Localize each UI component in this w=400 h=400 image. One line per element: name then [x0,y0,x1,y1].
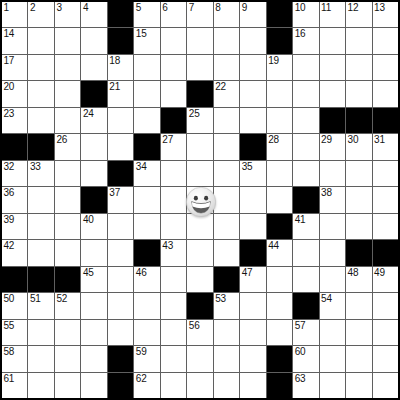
clue-number: 20 [4,81,15,92]
clue-number: 29 [321,134,332,145]
crossword-cell[interactable] [28,81,53,106]
clue-number: 57 [295,320,306,331]
crossword-cell[interactable] [28,214,53,239]
crossword-cell[interactable] [55,28,80,53]
crossword-cell[interactable] [214,28,239,53]
black-cell [293,187,318,212]
crossword-cell[interactable]: 17 [2,55,27,80]
crossword-cell[interactable] [81,293,106,318]
black-cell [267,214,292,239]
crossword-cell[interactable]: 22 [214,81,239,106]
crossword-cell[interactable] [161,293,186,318]
crossword-cell[interactable]: 12 [346,2,371,27]
crossword-cell[interactable] [187,240,212,265]
clue-number: 4 [83,2,88,13]
clue-number: 47 [242,267,253,278]
clue-number: 25 [189,108,200,119]
black-cell [108,2,133,27]
crossword-cell[interactable] [55,81,80,106]
crossword-cell[interactable] [346,320,371,345]
black-cell [187,81,212,106]
crossword-cell[interactable] [240,320,265,345]
crossword-cell[interactable] [214,161,239,186]
crossword-cell[interactable] [81,28,106,53]
black-cell [373,240,398,265]
crossword-cell[interactable] [28,187,53,212]
clue-number: 42 [4,240,15,251]
crossword-cell[interactable]: 59 [134,346,159,371]
crossword-cell[interactable]: 16 [293,28,318,53]
clue-number: 17 [4,55,15,66]
crossword-cell[interactable] [187,267,212,292]
clue-number: 56 [189,320,200,331]
clue-number: 6 [162,2,167,13]
crossword-cell[interactable] [320,373,345,398]
crossword-cell[interactable] [320,161,345,186]
crossword-cell[interactable]: 5 [134,2,159,27]
crossword-cell[interactable] [320,55,345,80]
crossword-cell[interactable] [320,346,345,371]
crossword-cell[interactable] [134,187,159,212]
crossword-cell[interactable]: 21 [108,81,133,106]
crossword-cell[interactable] [240,108,265,133]
crossword-cell[interactable]: 7 [187,2,212,27]
clue-number: 58 [4,346,15,357]
clue-number: 24 [83,108,94,119]
crossword-cell[interactable] [240,55,265,80]
crossword-cell[interactable] [214,214,239,239]
clue-number: 14 [4,28,15,39]
clue-number: 61 [4,373,15,384]
crossword-cell[interactable]: 32 [2,161,27,186]
crossword-cell[interactable] [81,373,106,398]
crossword-cell[interactable]: 51 [28,293,53,318]
crossword-cell[interactable]: 2 [28,2,53,27]
clue-number: 43 [162,240,173,251]
crossword-cell[interactable] [28,240,53,265]
crossword-cell[interactable] [373,161,398,186]
crossword-cell[interactable] [134,214,159,239]
crossword-cell[interactable] [55,373,80,398]
crossword-cell[interactable] [161,81,186,106]
crossword-cell[interactable]: 18 [108,55,133,80]
clue-number: 27 [162,134,173,145]
crossword-cell[interactable] [161,373,186,398]
black-cell [28,267,53,292]
crossword-cell[interactable] [346,373,371,398]
crossword-cell[interactable]: 14 [2,28,27,53]
crossword-cell[interactable] [320,267,345,292]
crossword-cell[interactable] [293,134,318,159]
black-cell [240,240,265,265]
black-cell [346,240,371,265]
crossword-cell[interactable] [320,240,345,265]
clue-number: 37 [109,187,120,198]
crossword-cell[interactable] [240,187,265,212]
crossword-cell[interactable] [346,346,371,371]
crossword-cell[interactable] [28,55,53,80]
crossword-cell[interactable] [346,161,371,186]
clue-number: 44 [268,240,279,251]
crossword-cell[interactable]: 30 [346,134,371,159]
crossword-cell[interactable] [214,187,239,212]
crossword-cell[interactable] [346,214,371,239]
crossword-cell[interactable]: 19 [267,55,292,80]
black-cell [134,134,159,159]
crossword-cell[interactable] [187,55,212,80]
clue-number: 32 [4,161,15,172]
crossword-cell[interactable]: 46 [134,267,159,292]
crossword-cell[interactable]: 44 [267,240,292,265]
black-cell [134,240,159,265]
crossword-cell[interactable]: 31 [373,134,398,159]
black-cell [81,187,106,212]
crossword-cell[interactable]: 49 [373,267,398,292]
crossword-cell[interactable] [108,240,133,265]
crossword-cell[interactable] [28,320,53,345]
crossword-cell[interactable] [240,373,265,398]
crossword-cell[interactable]: 36 [2,187,27,212]
clue-number: 40 [83,214,94,225]
crossword-cell[interactable]: 42 [2,240,27,265]
clue-number: 46 [136,267,147,278]
crossword-cell[interactable] [108,293,133,318]
crossword-cell[interactable]: 56 [187,320,212,345]
crossword-cell[interactable]: 48 [346,267,371,292]
crossword-cell[interactable] [161,55,186,80]
clue-number: 49 [374,267,385,278]
black-cell [267,373,292,398]
clue-number: 35 [242,161,253,172]
clue-number: 55 [4,320,15,331]
clue-number: 31 [374,134,385,145]
crossword-cell[interactable] [161,187,186,212]
crossword-cell[interactable]: 34 [134,161,159,186]
crossword-cell[interactable]: 39 [2,214,27,239]
crossword-cell[interactable] [187,161,212,186]
crossword-cell[interactable] [320,81,345,106]
crossword-cell[interactable] [187,373,212,398]
crossword-cell[interactable] [293,81,318,106]
crossword-cell[interactable] [267,187,292,212]
crossword-cell[interactable] [267,108,292,133]
clue-number: 53 [215,293,226,304]
crossword-cell[interactable]: 1 [2,2,27,27]
black-cell [346,108,371,133]
crossword-cell[interactable] [55,240,80,265]
crossword-cell[interactable] [214,134,239,159]
clue-number: 26 [56,134,67,145]
crossword-cell[interactable] [267,320,292,345]
crossword-cell[interactable] [161,346,186,371]
crossword-cell[interactable] [134,293,159,318]
crossword-cell[interactable] [240,81,265,106]
clue-number: 38 [321,187,332,198]
crossword-cell[interactable]: 55 [2,320,27,345]
crossword-cell[interactable]: 33 [28,161,53,186]
crossword-cell[interactable] [240,28,265,53]
crossword-cell[interactable]: 54 [320,293,345,318]
crossword-cell[interactable]: 62 [134,373,159,398]
crossword-cell[interactable]: 53 [214,293,239,318]
black-cell [214,267,239,292]
crossword-cell[interactable]: 61 [2,373,27,398]
crossword-cell[interactable]: 6 [161,2,186,27]
crossword-cell[interactable]: 26 [55,134,80,159]
crossword-cell[interactable] [161,28,186,53]
crossword-cell[interactable]: 35 [240,161,265,186]
crossword-cell[interactable] [320,28,345,53]
crossword-cell[interactable] [293,267,318,292]
black-cell [267,346,292,371]
clue-number: 12 [348,2,359,13]
crossword-cell[interactable] [187,134,212,159]
crossword-cell[interactable]: 27 [161,134,186,159]
crossword-cell[interactable] [320,214,345,239]
crossword-cell[interactable] [108,108,133,133]
crossword-cell[interactable]: 37 [108,187,133,212]
crossword-cell[interactable] [267,81,292,106]
clue-number: 22 [215,81,226,92]
crossword-cell[interactable]: 52 [55,293,80,318]
crossword-cell[interactable] [240,293,265,318]
crossword-cell[interactable] [161,320,186,345]
crossword-cell[interactable] [373,28,398,53]
crossword-cell[interactable] [28,28,53,53]
clue-number: 54 [321,293,332,304]
black-cell [2,134,27,159]
black-cell [373,108,398,133]
black-cell [320,108,345,133]
crossword-cell[interactable] [187,346,212,371]
crossword-cell[interactable] [28,373,53,398]
crossword-cell[interactable]: 24 [81,108,106,133]
crossword-cell[interactable]: 38 [320,187,345,212]
black-cell [81,81,106,106]
crossword-cell[interactable] [187,214,212,239]
clue-number: 33 [30,161,41,172]
clue-number: 21 [109,81,120,92]
crossword-cell[interactable] [293,55,318,80]
crossword-cell[interactable] [81,55,106,80]
crossword-cell[interactable] [55,214,80,239]
clue-number: 59 [136,346,147,357]
crossword-cell[interactable] [373,293,398,318]
crossword-cell[interactable]: 28 [267,134,292,159]
crossword-cell[interactable]: 58 [2,346,27,371]
crossword-cell[interactable]: 41 [293,214,318,239]
crossword-cell[interactable] [108,214,133,239]
crossword-cell[interactable] [134,320,159,345]
crossword-cell[interactable]: 10 [293,2,318,27]
clue-number: 5 [136,2,141,13]
crossword-cell[interactable] [134,108,159,133]
crossword-cell[interactable] [293,161,318,186]
black-cell [240,134,265,159]
crossword-cell[interactable] [267,161,292,186]
black-cell [108,161,133,186]
crossword-cell[interactable] [346,293,371,318]
crossword-cell[interactable] [28,108,53,133]
crossword-cell[interactable] [373,346,398,371]
crossword-cell[interactable] [240,214,265,239]
black-cell [187,293,212,318]
crossword-cell[interactable] [108,134,133,159]
clue-number: 13 [374,2,385,13]
crossword-cell[interactable] [293,108,318,133]
emoji-right-eye [204,196,208,201]
crossword-cell[interactable]: 29 [320,134,345,159]
crossword-cell[interactable] [346,28,371,53]
crossword-cell[interactable] [373,81,398,106]
clue-number: 11 [321,2,331,13]
crossword-cell[interactable] [134,55,159,80]
crossword-cell[interactable]: 50 [2,293,27,318]
black-cell [267,2,292,27]
crossword-cell[interactable]: 20 [2,81,27,106]
black-cell [108,28,133,53]
crossword-cell[interactable] [214,373,239,398]
clue-number: 3 [56,2,61,13]
grinning-face-emoji [186,187,217,218]
crossword-cell[interactable] [81,320,106,345]
clue-number: 34 [136,161,147,172]
clue-number: 39 [4,214,15,225]
black-cell [108,346,133,371]
crossword-cell[interactable] [346,55,371,80]
crossword-cell[interactable] [55,161,80,186]
clue-number: 60 [295,346,306,357]
crossword-cell[interactable] [161,161,186,186]
clue-number: 19 [268,55,279,66]
crossword-cell[interactable] [187,28,212,53]
crossword-cell[interactable]: 40 [81,214,106,239]
black-cell [293,293,318,318]
crossword-cell[interactable] [161,214,186,239]
clue-number: 41 [295,214,306,225]
crossword-cell[interactable] [293,240,318,265]
crossword-cell[interactable] [267,293,292,318]
clue-number: 18 [109,55,120,66]
crossword-cell[interactable]: 11 [320,2,345,27]
crossword-cell[interactable] [108,320,133,345]
crossword-cell[interactable] [55,320,80,345]
crossword-cell[interactable]: 45 [81,267,106,292]
black-cell [108,373,133,398]
black-cell [161,108,186,133]
crossword-cell[interactable]: 3 [55,2,80,27]
crossword-cell[interactable]: 15 [134,28,159,53]
black-cell [28,134,53,159]
crossword-cell[interactable] [81,161,106,186]
crossword-cell[interactable]: 63 [293,373,318,398]
crossword-cell[interactable] [214,346,239,371]
crossword-cell[interactable] [373,320,398,345]
clue-number: 8 [215,2,220,13]
crossword-cell[interactable] [214,108,239,133]
clue-number: 10 [295,2,306,13]
crossword-cell[interactable] [214,240,239,265]
clue-number: 50 [4,293,15,304]
crossword-cell[interactable] [108,267,133,292]
crossword-cell[interactable]: 60 [293,346,318,371]
crossword-cell[interactable]: 57 [293,320,318,345]
crossword-cell[interactable] [320,320,345,345]
clue-number: 16 [295,28,306,39]
clue-number: 23 [4,108,15,119]
crossword-cell[interactable]: 47 [240,267,265,292]
clue-number: 51 [30,293,41,304]
black-cell [55,267,80,292]
crossword-cell[interactable] [55,108,80,133]
clue-number: 45 [83,267,94,278]
clue-number: 2 [30,2,35,13]
crossword-cell[interactable]: 9 [240,2,265,27]
crossword-cell[interactable] [214,320,239,345]
crossword-cell[interactable] [346,81,371,106]
crossword-cell[interactable] [81,134,106,159]
emoji-left-eye [194,196,198,201]
clue-number: 63 [295,373,306,384]
crossword-app: 1234567891011121314151617181920212223242… [0,0,400,400]
clue-number: 48 [348,267,359,278]
crossword-cell[interactable] [161,267,186,292]
crossword-cell[interactable] [373,187,398,212]
crossword-cell[interactable] [55,187,80,212]
clue-number: 52 [56,293,67,304]
crossword-cell[interactable] [373,55,398,80]
clue-number: 28 [268,134,279,145]
crossword-cell[interactable]: 25 [187,108,212,133]
crossword-cell[interactable] [267,267,292,292]
crossword-cell[interactable]: 43 [161,240,186,265]
clue-number: 1 [4,2,9,13]
crossword-cell[interactable] [81,346,106,371]
clue-number: 9 [242,2,247,13]
crossword-cell[interactable] [55,346,80,371]
crossword-cell[interactable]: 13 [373,2,398,27]
crossword-cell[interactable] [134,81,159,106]
crossword-cell[interactable] [55,55,80,80]
black-cell [267,28,292,53]
crossword-cell[interactable] [346,187,371,212]
crossword-cell[interactable]: 23 [2,108,27,133]
clue-number: 62 [136,373,147,384]
crossword-cell[interactable] [373,373,398,398]
crossword-cell[interactable] [240,346,265,371]
crossword-cell[interactable] [81,240,106,265]
clue-number: 36 [4,187,15,198]
crossword-cell[interactable]: 8 [214,2,239,27]
crossword-cell[interactable] [373,214,398,239]
crossword-cell[interactable] [28,346,53,371]
clue-number: 7 [189,2,194,13]
crossword-cell[interactable] [214,55,239,80]
clue-number: 30 [348,134,359,145]
crossword-cell[interactable]: 4 [81,2,106,27]
black-cell [2,267,27,292]
clue-number: 15 [136,28,147,39]
